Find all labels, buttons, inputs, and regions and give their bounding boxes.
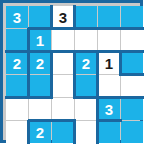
region-border-segment xyxy=(97,27,122,30)
cell-r6c6[interactable] xyxy=(121,121,143,143)
region-border-segment xyxy=(27,51,30,76)
region-border-segment xyxy=(96,120,99,144)
cell-r2c5[interactable] xyxy=(98,29,120,51)
region-border-segment xyxy=(120,27,144,30)
cell-r6c4[interactable] xyxy=(75,121,97,143)
cell-r5c4[interactable] xyxy=(75,98,97,120)
region-border-segment xyxy=(120,96,144,99)
cell-r3c5[interactable]: 1 xyxy=(98,52,120,74)
region-border-segment xyxy=(27,120,30,144)
region-border-segment xyxy=(51,119,76,122)
cell-r1c5[interactable] xyxy=(98,6,120,28)
puzzle-board: 331222132 xyxy=(0,0,143,143)
region-border-segment xyxy=(51,50,76,53)
region-border-segment xyxy=(74,50,99,53)
cell-r2c1[interactable] xyxy=(6,29,28,51)
region-border-segment xyxy=(120,50,144,53)
cell-r5c1[interactable] xyxy=(6,98,28,120)
cell-r4c6[interactable] xyxy=(121,75,143,97)
cell-r1c1[interactable]: 3 xyxy=(6,6,28,28)
cell-r6c2[interactable]: 2 xyxy=(29,121,51,143)
region-border-segment xyxy=(5,96,30,99)
cell-r2c4[interactable] xyxy=(75,29,97,51)
region-border-segment xyxy=(120,73,144,76)
cell-r2c3[interactable] xyxy=(52,29,74,51)
cell-r4c4[interactable] xyxy=(75,75,97,97)
cell-r5c5[interactable]: 3 xyxy=(98,98,120,120)
cell-r3c4[interactable]: 2 xyxy=(75,52,97,74)
region-border-segment xyxy=(96,51,99,76)
cell-r1c6[interactable] xyxy=(121,6,143,28)
cell-r4c1[interactable] xyxy=(6,75,28,97)
region-border-segment xyxy=(97,50,122,53)
cell-r4c3[interactable] xyxy=(52,75,74,97)
cell-r5c3[interactable] xyxy=(52,98,74,120)
cell-r2c2[interactable]: 1 xyxy=(29,29,51,51)
region-border-segment xyxy=(74,27,99,30)
cell-r1c3[interactable]: 3 xyxy=(52,6,74,28)
cell-r4c5[interactable] xyxy=(98,75,120,97)
region-border-segment xyxy=(28,96,53,99)
cell-r2c6[interactable] xyxy=(121,29,143,51)
cell-r4c2[interactable] xyxy=(29,75,51,97)
cell-r1c2[interactable] xyxy=(29,6,51,28)
region-border-segment xyxy=(28,27,53,30)
cell-r3c3[interactable] xyxy=(52,52,74,74)
region-border-segment xyxy=(28,50,53,53)
cell-r1c4[interactable] xyxy=(75,6,97,28)
region-border-segment xyxy=(97,119,122,122)
cell-r5c2[interactable] xyxy=(29,98,51,120)
region-border-segment xyxy=(51,27,76,30)
cell-r6c1[interactable] xyxy=(6,121,28,143)
region-border-segment xyxy=(5,50,30,53)
region-border-segment xyxy=(97,96,122,99)
region-border-segment xyxy=(73,120,76,144)
region-border-segment xyxy=(28,119,53,122)
cell-r5c6[interactable] xyxy=(121,98,143,120)
region-border-segment xyxy=(50,51,53,76)
region-border-segment xyxy=(74,96,99,99)
cell-r6c5[interactable] xyxy=(98,121,120,143)
cell-r3c1[interactable]: 2 xyxy=(6,52,28,74)
cell-r6c3[interactable] xyxy=(52,121,74,143)
cell-r3c2[interactable]: 2 xyxy=(29,52,51,74)
region-border-segment xyxy=(73,51,76,76)
cell-r3c6[interactable] xyxy=(121,52,143,74)
